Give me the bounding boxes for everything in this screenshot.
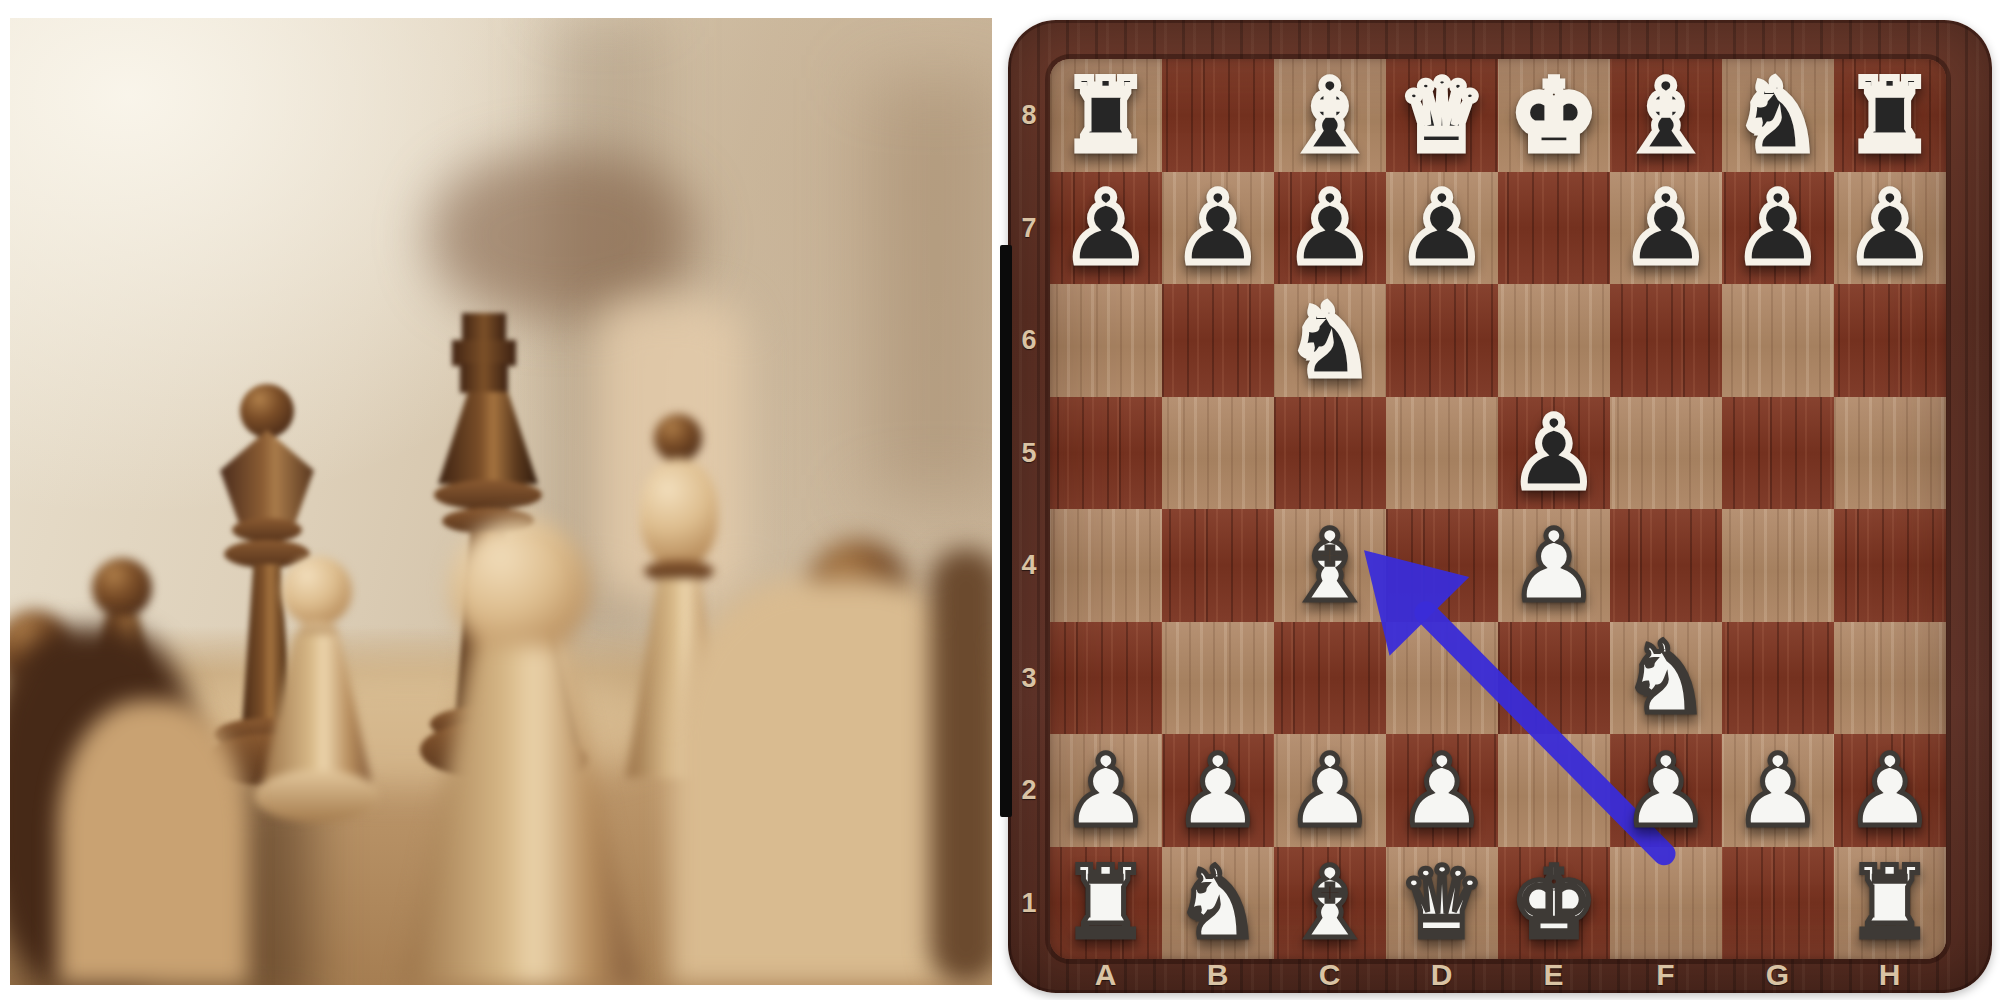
piece-white-pawn-d2[interactable]: ♟ bbox=[1386, 734, 1498, 847]
piece-black-rook-a8[interactable]: ♜ bbox=[1050, 59, 1162, 172]
file-label-c: C bbox=[1274, 959, 1386, 993]
piece-white-rook-h1[interactable]: ♜ bbox=[1834, 847, 1946, 960]
left-edge-black-bar bbox=[1000, 245, 1012, 817]
piece-white-knight-f3[interactable]: ♞ bbox=[1610, 622, 1722, 735]
piece-black-pawn-b7[interactable]: ♟ bbox=[1162, 172, 1274, 285]
rank-label-3: 3 bbox=[1008, 622, 1050, 735]
piece-white-king-e1[interactable]: ♚ bbox=[1498, 847, 1610, 960]
file-label-a: A bbox=[1050, 959, 1162, 993]
piece-black-pawn-c7[interactable]: ♟ bbox=[1274, 172, 1386, 285]
chess-photo bbox=[10, 18, 992, 985]
page: 87654321 ABCDEFGH ♜♝♛♚♝♞♜♟♟♟♟♟♟♟♞♟♝♟♞♟♟♟… bbox=[0, 0, 2000, 1000]
photo-foreground-light-piece-left bbox=[58, 700, 248, 985]
piece-black-pawn-h7[interactable]: ♟ bbox=[1834, 172, 1946, 285]
piece-black-bishop-c8[interactable]: ♝ bbox=[1274, 59, 1386, 172]
photo-foreground-dark-sliver-right bbox=[930, 548, 992, 985]
board-squares: ♜♝♛♚♝♞♜♟♟♟♟♟♟♟♞♟♝♟♞♟♟♟♟♟♟♟♜♞♝♛♚♜ bbox=[1050, 59, 1946, 959]
rank-label-7: 7 bbox=[1008, 172, 1050, 285]
rank-label-6: 6 bbox=[1008, 284, 1050, 397]
piece-white-knight-b1[interactable]: ♞ bbox=[1162, 847, 1274, 960]
file-label-b: B bbox=[1162, 959, 1274, 993]
piece-black-bishop-f8[interactable]: ♝ bbox=[1610, 59, 1722, 172]
chess-board: 87654321 ABCDEFGH ♜♝♛♚♝♞♜♟♟♟♟♟♟♟♞♟♝♟♞♟♟♟… bbox=[1008, 20, 1992, 993]
file-label-h: H bbox=[1834, 959, 1946, 993]
file-label-e: E bbox=[1498, 959, 1610, 993]
photo-right-wall-blur bbox=[870, 78, 992, 498]
piece-white-queen-d1[interactable]: ♛ bbox=[1386, 847, 1498, 960]
photo-chair-back-blur bbox=[430, 153, 695, 318]
file-label-g: G bbox=[1722, 959, 1834, 993]
rank-label-1: 1 bbox=[1008, 847, 1050, 960]
piece-white-pawn-a2[interactable]: ♟ bbox=[1050, 734, 1162, 847]
file-label-f: F bbox=[1610, 959, 1722, 993]
file-label-d: D bbox=[1386, 959, 1498, 993]
piece-black-pawn-a7[interactable]: ♟ bbox=[1050, 172, 1162, 285]
piece-black-knight-g8[interactable]: ♞ bbox=[1722, 59, 1834, 172]
piece-white-pawn-b2[interactable]: ♟ bbox=[1162, 734, 1274, 847]
rank-label-4: 4 bbox=[1008, 509, 1050, 622]
piece-black-queen-d8[interactable]: ♛ bbox=[1386, 59, 1498, 172]
piece-black-rook-h8[interactable]: ♜ bbox=[1834, 59, 1946, 172]
piece-black-pawn-g7[interactable]: ♟ bbox=[1722, 172, 1834, 285]
piece-black-pawn-d7[interactable]: ♟ bbox=[1386, 172, 1498, 285]
piece-white-pawn-c2[interactable]: ♟ bbox=[1274, 734, 1386, 847]
rank-label-2: 2 bbox=[1008, 734, 1050, 847]
rank-label-8: 8 bbox=[1008, 59, 1050, 172]
piece-black-pawn-f7[interactable]: ♟ bbox=[1610, 172, 1722, 285]
piece-white-pawn-e4[interactable]: ♟ bbox=[1498, 509, 1610, 622]
piece-white-bishop-c1[interactable]: ♝ bbox=[1274, 847, 1386, 960]
piece-black-pawn-e5[interactable]: ♟ bbox=[1498, 397, 1610, 510]
rank-label-5: 5 bbox=[1008, 397, 1050, 510]
pieces-layer: ♜♝♛♚♝♞♜♟♟♟♟♟♟♟♞♟♝♟♞♟♟♟♟♟♟♟♜♞♝♛♚♜ bbox=[1050, 59, 1946, 959]
piece-white-pawn-g2[interactable]: ♟ bbox=[1722, 734, 1834, 847]
piece-white-pawn-h2[interactable]: ♟ bbox=[1834, 734, 1946, 847]
piece-black-king-e8[interactable]: ♚ bbox=[1498, 59, 1610, 172]
piece-white-bishop-c4[interactable]: ♝ bbox=[1274, 509, 1386, 622]
piece-white-pawn-f2[interactable]: ♟ bbox=[1610, 734, 1722, 847]
piece-black-knight-c6[interactable]: ♞ bbox=[1274, 284, 1386, 397]
piece-white-rook-a1[interactable]: ♜ bbox=[1050, 847, 1162, 960]
